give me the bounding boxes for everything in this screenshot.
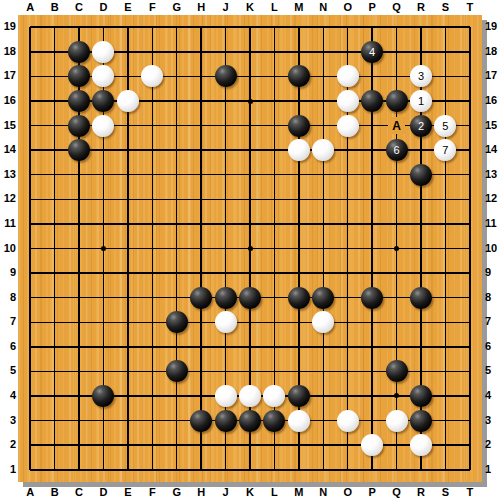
coord-label-S: S: [435, 1, 455, 14]
coord-label-D: D: [93, 1, 113, 14]
coord-label-B: B: [45, 486, 65, 499]
stone-black-H3: [190, 410, 212, 432]
stone-white-R2: [410, 434, 432, 456]
stone-black-H8: [190, 287, 212, 309]
stone-black-Q16: [386, 90, 408, 112]
coord-label-A: A: [20, 1, 40, 14]
stone-black-R8: [410, 287, 432, 309]
stone-black-J3: [215, 410, 237, 432]
coord-label-10: 10: [485, 242, 500, 255]
stone-black-N8: [312, 287, 334, 309]
coord-label-1: 1: [1, 463, 16, 476]
stone-white-N7: [312, 311, 334, 333]
coord-label-7: 7: [485, 315, 500, 328]
coord-label-A: A: [20, 486, 40, 499]
stone-white-N14: [312, 139, 334, 161]
coord-label-L: L: [264, 1, 284, 14]
stone-black-K8: [239, 287, 261, 309]
coord-label-13: 13: [485, 168, 500, 181]
coord-label-Q: Q: [387, 486, 407, 499]
coord-label-13: 13: [1, 168, 16, 181]
go-board: 4263157A: [18, 15, 482, 482]
coord-label-17: 17: [485, 69, 500, 82]
stone-white-O3: [337, 410, 359, 432]
stone-white-O17: [337, 65, 359, 87]
coord-label-16: 16: [1, 94, 16, 107]
stone-white-D18: [92, 41, 114, 63]
coord-label-M: M: [289, 1, 309, 14]
coord-label-5: 5: [485, 364, 500, 377]
stone-black-M17: [288, 65, 310, 87]
coord-label-R: R: [411, 486, 431, 499]
coord-label-7: 7: [1, 315, 16, 328]
stone-white-R16: 1: [410, 90, 432, 112]
coord-label-O: O: [338, 1, 358, 14]
stone-white-S14: 7: [434, 139, 456, 161]
coord-label-14: 14: [485, 143, 500, 156]
coord-label-3: 3: [1, 414, 16, 427]
stone-black-G7: [166, 311, 188, 333]
stone-white-O15: [337, 115, 359, 137]
move-number-label: 7: [434, 139, 456, 161]
stone-black-Q5: [386, 360, 408, 382]
coord-label-N: N: [313, 486, 333, 499]
stone-black-P8: [361, 287, 383, 309]
coord-label-8: 8: [1, 291, 16, 304]
point-label-A: A: [388, 117, 405, 134]
stone-white-S15: 5: [434, 115, 456, 137]
stone-black-R15: 2: [410, 115, 432, 137]
coord-label-F: F: [142, 1, 162, 14]
coord-label-H: H: [191, 1, 211, 14]
stone-black-G5: [166, 360, 188, 382]
coord-label-19: 19: [485, 20, 500, 33]
stone-white-K4: [239, 385, 261, 407]
coord-label-18: 18: [485, 45, 500, 58]
coord-label-8: 8: [485, 291, 500, 304]
coord-label-9: 9: [485, 266, 500, 279]
coord-label-16: 16: [485, 94, 500, 107]
coord-label-1: 1: [485, 463, 500, 476]
coord-label-14: 14: [1, 143, 16, 156]
coord-label-T: T: [460, 1, 480, 14]
coord-label-4: 4: [1, 389, 16, 402]
coord-label-15: 15: [1, 119, 16, 132]
coord-label-Q: Q: [387, 1, 407, 14]
coord-label-18: 18: [1, 45, 16, 58]
coord-label-C: C: [69, 1, 89, 14]
stone-black-Q14: 6: [386, 139, 408, 161]
move-number-label: 5: [434, 115, 456, 137]
coord-label-6: 6: [485, 340, 500, 353]
coord-label-R: R: [411, 1, 431, 14]
move-number-label: 1: [410, 90, 432, 112]
stone-black-J8: [215, 287, 237, 309]
stone-black-C17: [68, 65, 90, 87]
coord-label-10: 10: [1, 242, 16, 255]
stone-black-D16: [92, 90, 114, 112]
coord-label-3: 3: [485, 414, 500, 427]
coord-label-J: J: [216, 486, 236, 499]
stone-white-Q3: [386, 410, 408, 432]
stone-black-M4: [288, 385, 310, 407]
coord-label-6: 6: [1, 340, 16, 353]
coord-label-15: 15: [485, 119, 500, 132]
stone-black-R13: [410, 164, 432, 186]
coord-label-12: 12: [1, 192, 16, 205]
coord-label-G: G: [167, 1, 187, 14]
stone-black-C14: [68, 139, 90, 161]
coord-label-M: M: [289, 486, 309, 499]
stone-white-J7: [215, 311, 237, 333]
move-number-label: 4: [361, 41, 383, 63]
stone-white-D17: [92, 65, 114, 87]
coord-label-K: K: [240, 1, 260, 14]
coord-label-9: 9: [1, 266, 16, 279]
go-diagram-page: { "game": "go", "board_size": 19, "coord…: [0, 0, 500, 500]
stone-black-R4: [410, 385, 432, 407]
stone-white-E16: [117, 90, 139, 112]
stone-black-M8: [288, 287, 310, 309]
coord-label-T: T: [460, 486, 480, 499]
coord-label-17: 17: [1, 69, 16, 82]
stone-black-J17: [215, 65, 237, 87]
coord-label-N: N: [313, 1, 333, 14]
coord-label-E: E: [118, 1, 138, 14]
stone-white-R17: 3: [410, 65, 432, 87]
coord-label-O: O: [338, 486, 358, 499]
coord-label-G: G: [167, 486, 187, 499]
coord-label-19: 19: [1, 20, 16, 33]
coord-label-L: L: [264, 486, 284, 499]
coord-label-K: K: [240, 486, 260, 499]
coord-label-C: C: [69, 486, 89, 499]
coord-label-11: 11: [485, 217, 500, 230]
coord-label-P: P: [362, 1, 382, 14]
coord-label-P: P: [362, 486, 382, 499]
coord-label-H: H: [191, 486, 211, 499]
coord-label-2: 2: [485, 438, 500, 451]
stone-white-M14: [288, 139, 310, 161]
coord-label-11: 11: [1, 217, 16, 230]
stone-black-K3: [239, 410, 261, 432]
coord-label-S: S: [435, 486, 455, 499]
stone-black-C18: [68, 41, 90, 63]
coord-label-E: E: [118, 486, 138, 499]
stone-white-L4: [263, 385, 285, 407]
coord-label-2: 2: [1, 438, 16, 451]
stone-white-J4: [215, 385, 237, 407]
move-number-label: 2: [410, 115, 432, 137]
stone-black-M15: [288, 115, 310, 137]
stone-black-P18: 4: [361, 41, 383, 63]
stone-black-P16: [361, 90, 383, 112]
stone-black-D4: [92, 385, 114, 407]
coord-label-12: 12: [485, 192, 500, 205]
stone-black-L3: [263, 410, 285, 432]
board-stone-grid: 4263157A: [18, 15, 482, 482]
coord-label-D: D: [93, 486, 113, 499]
stone-white-D15: [92, 115, 114, 137]
move-number-label: 3: [410, 65, 432, 87]
stone-white-M3: [288, 410, 310, 432]
coord-label-5: 5: [1, 364, 16, 377]
stone-black-R3: [410, 410, 432, 432]
coord-label-F: F: [142, 486, 162, 499]
stone-white-O16: [337, 90, 359, 112]
coord-label-4: 4: [485, 389, 500, 402]
coord-label-J: J: [216, 1, 236, 14]
coord-label-B: B: [45, 1, 65, 14]
stone-black-C15: [68, 115, 90, 137]
move-number-label: 6: [386, 139, 408, 161]
stone-black-C16: [68, 90, 90, 112]
stone-white-P2: [361, 434, 383, 456]
stone-white-F17: [141, 65, 163, 87]
